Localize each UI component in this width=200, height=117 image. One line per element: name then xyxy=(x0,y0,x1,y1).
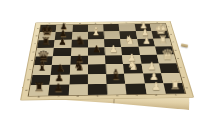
coordinate-label: 3 xyxy=(127,94,147,97)
square-f7[interactable]: ♟ xyxy=(54,40,71,48)
square-c6[interactable]: ♞ xyxy=(69,65,87,75)
black-knight: ♞ xyxy=(69,60,87,73)
chess-board: ♟♟♚♟♝♟♚♜♟♞♞♟♜♟♟♛♟♟♛♝♟♞♞♟♟♝♟♜♟♟♜ 87654321… xyxy=(20,21,191,99)
white-rook: ♜ xyxy=(165,79,184,91)
black-knight: ♞ xyxy=(71,34,88,46)
square-d5[interactable] xyxy=(88,55,106,64)
white-pawn: ♟ xyxy=(146,81,165,92)
square-f1[interactable]: ♜ xyxy=(153,38,172,46)
square-d4[interactable] xyxy=(105,55,123,64)
square-b5[interactable] xyxy=(88,74,107,84)
black-rook: ♜ xyxy=(29,81,48,93)
coordinate-label: 4 xyxy=(103,22,119,24)
box-latch xyxy=(181,43,188,47)
square-a1[interactable]: ♜ xyxy=(163,83,185,94)
square-e5[interactable]: ♟ xyxy=(88,47,105,56)
square-e7[interactable] xyxy=(53,48,71,57)
coordinate-label: 5 xyxy=(88,95,108,98)
white-pawn: ♟ xyxy=(138,36,155,45)
coordinate-label: 7 xyxy=(48,95,68,98)
white-rook: ♜ xyxy=(154,34,171,45)
square-a6[interactable] xyxy=(68,84,88,95)
black-bishop: ♝ xyxy=(107,68,126,82)
square-a5[interactable] xyxy=(88,84,108,95)
coordinate-label: 3 xyxy=(119,22,135,24)
square-f8[interactable]: ♜ xyxy=(37,40,55,48)
white-pawn: ♟ xyxy=(105,44,122,53)
square-b4[interactable]: ♝ xyxy=(106,74,125,84)
white-queen: ♛ xyxy=(158,48,176,62)
coordinate-label: 4 xyxy=(107,95,127,98)
square-f6[interactable]: ♞ xyxy=(71,39,88,47)
square-a3[interactable] xyxy=(125,83,146,94)
square-f2[interactable]: ♟ xyxy=(137,39,155,47)
coordinate-label: 2 xyxy=(146,94,166,97)
square-a2[interactable]: ♟ xyxy=(144,83,165,94)
square-g4[interactable] xyxy=(104,31,121,39)
coordinate-label: 6 xyxy=(68,95,88,98)
black-pawn: ♟ xyxy=(88,45,105,54)
square-a7[interactable]: ♟ xyxy=(49,84,69,95)
square-c3[interactable]: ♞ xyxy=(123,64,142,74)
white-knight: ♞ xyxy=(124,59,142,72)
black-pawn: ♟ xyxy=(49,83,68,94)
white-knight: ♞ xyxy=(121,34,138,46)
square-a8[interactable]: ♜ xyxy=(29,85,50,96)
square-e2[interactable] xyxy=(138,46,157,55)
coordinate-label: 8 xyxy=(28,96,48,99)
square-e4[interactable]: ♟ xyxy=(105,47,123,56)
square-b3[interactable] xyxy=(124,73,144,83)
square-c5[interactable] xyxy=(88,64,106,74)
square-a4[interactable] xyxy=(107,84,127,95)
white-bishop: ♝ xyxy=(88,26,104,38)
square-b6[interactable] xyxy=(69,74,88,84)
black-rook: ♜ xyxy=(37,36,54,47)
black-pawn: ♟ xyxy=(54,37,71,46)
black-bishop: ♝ xyxy=(33,60,51,73)
square-f3[interactable]: ♞ xyxy=(120,39,138,47)
coordinate-label: 6 xyxy=(72,23,88,25)
chess-set-photo: ♟♟♚♟♝♟♚♜♟♞♞♟♜♟♟♛♟♟♛♝♟♞♞♟♟♝♟♜♟♟♜ 87654321… xyxy=(0,0,200,117)
board-frame: ♟♟♚♟♝♟♚♜♟♞♞♟♜♟♟♛♟♟♛♝♟♞♞♟♟♝♟♜♟♟♜ 87654321… xyxy=(20,21,194,101)
coordinate-label: 1 xyxy=(166,94,186,97)
